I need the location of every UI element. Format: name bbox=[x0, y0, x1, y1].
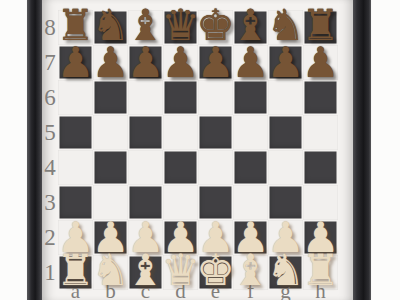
piece-dark-pawn-c7[interactable]: ♟ bbox=[127, 42, 165, 84]
square-c1[interactable]: ♝ bbox=[128, 255, 163, 290]
square-f4[interactable] bbox=[233, 150, 268, 185]
piece-dark-pawn-d7[interactable]: ♟ bbox=[162, 42, 200, 84]
piece-dark-pawn-b7[interactable]: ♟ bbox=[92, 42, 130, 84]
piece-light-knight-b1[interactable]: ♞ bbox=[91, 249, 130, 292]
chess-board-scene: 87654321 ♜♞♝♛♚♝♞♜♟♟♟♟♟♟♟♟♟♟♟♟♟♟♟♟♜♞♝♛♚♝♞… bbox=[0, 0, 400, 300]
square-e5[interactable] bbox=[198, 115, 233, 150]
rank-label-5: 5 bbox=[42, 115, 58, 150]
board-grid: ♜♞♝♛♚♝♞♜♟♟♟♟♟♟♟♟♟♟♟♟♟♟♟♟♜♞♝♛♚♝♞♜ bbox=[58, 10, 338, 290]
square-h4[interactable] bbox=[303, 150, 338, 185]
square-h7[interactable]: ♟ bbox=[303, 45, 338, 80]
piece-dark-pawn-e7[interactable]: ♟ bbox=[197, 42, 235, 84]
square-d7[interactable]: ♟ bbox=[163, 45, 198, 80]
square-g7[interactable]: ♟ bbox=[268, 45, 303, 80]
board-frame-right bbox=[353, 0, 371, 300]
square-a4[interactable] bbox=[58, 150, 93, 185]
square-e7[interactable]: ♟ bbox=[198, 45, 233, 80]
piece-light-queen-d1[interactable]: ♛ bbox=[161, 249, 200, 292]
rank-label-6: 6 bbox=[42, 80, 58, 115]
square-b5[interactable] bbox=[93, 115, 128, 150]
square-c7[interactable]: ♟ bbox=[128, 45, 163, 80]
piece-dark-pawn-h7[interactable]: ♟ bbox=[302, 42, 340, 84]
square-e4[interactable] bbox=[198, 150, 233, 185]
square-b7[interactable]: ♟ bbox=[93, 45, 128, 80]
square-f1[interactable]: ♝ bbox=[233, 255, 268, 290]
square-c4[interactable] bbox=[128, 150, 163, 185]
square-f7[interactable]: ♟ bbox=[233, 45, 268, 80]
square-e1[interactable]: ♚ bbox=[198, 255, 233, 290]
square-g4[interactable] bbox=[268, 150, 303, 185]
board-frame-left bbox=[27, 0, 42, 300]
rank-label-3: 3 bbox=[42, 185, 58, 220]
square-a1[interactable]: ♜ bbox=[58, 255, 93, 290]
piece-light-rook-h1[interactable]: ♜ bbox=[301, 249, 340, 292]
square-h1[interactable]: ♜ bbox=[303, 255, 338, 290]
square-d1[interactable]: ♛ bbox=[163, 255, 198, 290]
piece-light-knight-g1[interactable]: ♞ bbox=[266, 249, 305, 292]
square-h5[interactable] bbox=[303, 115, 338, 150]
piece-dark-pawn-f7[interactable]: ♟ bbox=[232, 42, 270, 84]
square-a7[interactable]: ♟ bbox=[58, 45, 93, 80]
square-b1[interactable]: ♞ bbox=[93, 255, 128, 290]
square-g1[interactable]: ♞ bbox=[268, 255, 303, 290]
piece-dark-pawn-a7[interactable]: ♟ bbox=[57, 42, 95, 84]
square-b4[interactable] bbox=[93, 150, 128, 185]
square-c5[interactable] bbox=[128, 115, 163, 150]
piece-light-bishop-c1[interactable]: ♝ bbox=[126, 249, 165, 292]
rank-label-4: 4 bbox=[42, 150, 58, 185]
board-surface: 87654321 ♜♞♝♛♚♝♞♜♟♟♟♟♟♟♟♟♟♟♟♟♟♟♟♟♜♞♝♛♚♝♞… bbox=[42, 0, 353, 300]
square-d4[interactable] bbox=[163, 150, 198, 185]
piece-light-bishop-f1[interactable]: ♝ bbox=[231, 249, 270, 292]
rank-label-7: 7 bbox=[42, 45, 58, 80]
square-d5[interactable] bbox=[163, 115, 198, 150]
square-g5[interactable] bbox=[268, 115, 303, 150]
piece-dark-pawn-g7[interactable]: ♟ bbox=[267, 42, 305, 84]
square-a5[interactable] bbox=[58, 115, 93, 150]
piece-light-rook-a1[interactable]: ♜ bbox=[56, 249, 95, 292]
square-f5[interactable] bbox=[233, 115, 268, 150]
piece-light-king-e1[interactable]: ♚ bbox=[196, 249, 235, 292]
